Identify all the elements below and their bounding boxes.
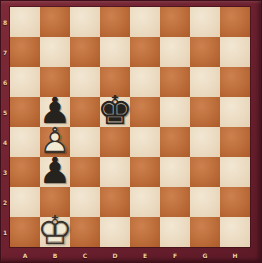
piece-black-king[interactable]: ♚ [100, 97, 130, 127]
square-e2[interactable] [130, 187, 160, 217]
rank-label-7: 7 [0, 37, 10, 67]
rank-label-2: 2 [0, 187, 10, 217]
square-h3[interactable] [220, 157, 250, 187]
square-h4[interactable] [220, 127, 250, 157]
file-label-a: A [10, 247, 40, 263]
square-b1[interactable]: ♚♔ [40, 217, 70, 247]
rank-label-6: 6 [0, 67, 10, 97]
square-f6[interactable] [160, 67, 190, 97]
square-e6[interactable] [130, 67, 160, 97]
rank-label-3: 3 [0, 157, 10, 187]
file-label-e: E [130, 247, 160, 263]
square-d2[interactable] [100, 187, 130, 217]
square-h2[interactable] [220, 187, 250, 217]
square-a4[interactable] [10, 127, 40, 157]
square-f2[interactable] [160, 187, 190, 217]
square-f7[interactable] [160, 37, 190, 67]
rank-labels: 87654321 [0, 7, 10, 247]
square-e3[interactable] [130, 157, 160, 187]
white-king-icon: ♔ [37, 210, 73, 250]
square-f3[interactable] [160, 157, 190, 187]
piece-black-pawn[interactable]: ♟ [40, 157, 70, 187]
square-g1[interactable] [190, 217, 220, 247]
square-a6[interactable] [10, 67, 40, 97]
square-d5[interactable]: ♚ [100, 97, 130, 127]
square-a5[interactable] [10, 97, 40, 127]
square-g8[interactable] [190, 7, 220, 37]
square-h7[interactable] [220, 37, 250, 67]
square-f1[interactable] [160, 217, 190, 247]
square-f8[interactable] [160, 7, 190, 37]
square-e4[interactable] [130, 127, 160, 157]
square-g3[interactable] [190, 157, 220, 187]
black-king-icon: ♚ [97, 90, 133, 130]
square-c7[interactable] [70, 37, 100, 67]
square-e5[interactable] [130, 97, 160, 127]
chess-board[interactable]: ♟♚♟♙♟♚♔ [10, 7, 250, 247]
rank-label-1: 1 [0, 217, 10, 247]
square-d3[interactable] [100, 157, 130, 187]
piece-white-king[interactable]: ♚♔ [40, 217, 70, 247]
square-a1[interactable] [10, 217, 40, 247]
square-h6[interactable] [220, 67, 250, 97]
square-a2[interactable] [10, 187, 40, 217]
black-pawn-icon: ♟ [39, 153, 71, 189]
square-c3[interactable] [70, 157, 100, 187]
square-e8[interactable] [130, 7, 160, 37]
square-g5[interactable] [190, 97, 220, 127]
square-f4[interactable] [160, 127, 190, 157]
square-b8[interactable] [40, 7, 70, 37]
file-label-c: C [70, 247, 100, 263]
square-c8[interactable] [70, 7, 100, 37]
board-frame: 87654321 ♟♚♟♙♟♚♔ ABCDEFGH [0, 0, 262, 263]
file-label-f: F [160, 247, 190, 263]
square-g4[interactable] [190, 127, 220, 157]
square-d1[interactable] [100, 217, 130, 247]
file-label-h: H [220, 247, 250, 263]
square-d8[interactable] [100, 7, 130, 37]
rank-label-8: 8 [0, 7, 10, 37]
square-a3[interactable] [10, 157, 40, 187]
square-h5[interactable] [220, 97, 250, 127]
square-h8[interactable] [220, 7, 250, 37]
square-d7[interactable] [100, 37, 130, 67]
square-e1[interactable] [130, 217, 160, 247]
square-e7[interactable] [130, 37, 160, 67]
file-label-g: G [190, 247, 220, 263]
square-c1[interactable] [70, 217, 100, 247]
square-c2[interactable] [70, 187, 100, 217]
square-b7[interactable] [40, 37, 70, 67]
square-g7[interactable] [190, 37, 220, 67]
square-c6[interactable] [70, 67, 100, 97]
rank-label-5: 5 [0, 97, 10, 127]
square-f5[interactable] [160, 97, 190, 127]
square-a8[interactable] [10, 7, 40, 37]
file-label-d: D [100, 247, 130, 263]
square-h1[interactable] [220, 217, 250, 247]
square-g6[interactable] [190, 67, 220, 97]
square-b3[interactable]: ♟ [40, 157, 70, 187]
square-c5[interactable] [70, 97, 100, 127]
square-a7[interactable] [10, 37, 40, 67]
rank-label-4: 4 [0, 127, 10, 157]
square-g2[interactable] [190, 187, 220, 217]
square-c4[interactable] [70, 127, 100, 157]
